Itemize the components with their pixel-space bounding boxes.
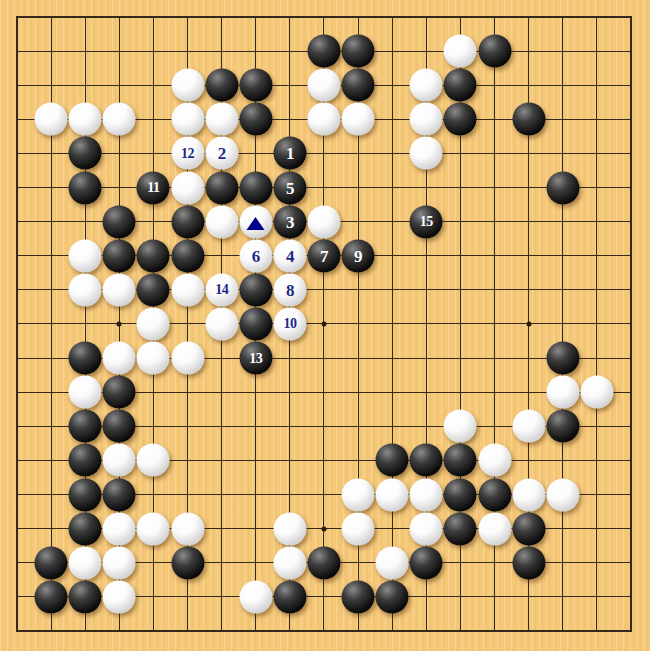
black-stone[interactable] xyxy=(103,478,136,511)
black-stone[interactable] xyxy=(342,580,375,613)
white-stone[interactable] xyxy=(137,444,170,477)
white-stone[interactable] xyxy=(239,205,272,238)
black-stone[interactable] xyxy=(512,546,545,579)
white-stone[interactable]: 6 xyxy=(239,239,272,272)
move-number-label: 2 xyxy=(218,145,226,162)
black-stone[interactable] xyxy=(171,205,204,238)
white-stone[interactable] xyxy=(273,546,306,579)
white-stone[interactable] xyxy=(171,273,204,306)
black-stone[interactable] xyxy=(444,478,477,511)
black-stone[interactable] xyxy=(69,137,102,170)
white-stone[interactable] xyxy=(410,478,443,511)
white-stone[interactable] xyxy=(478,444,511,477)
move-number-label: 7 xyxy=(320,247,328,264)
white-stone[interactable] xyxy=(137,512,170,545)
black-stone[interactable] xyxy=(171,239,204,272)
black-stone[interactable] xyxy=(69,478,102,511)
white-stone[interactable] xyxy=(410,103,443,136)
black-stone[interactable] xyxy=(307,546,340,579)
white-stone[interactable] xyxy=(239,580,272,613)
white-stone[interactable] xyxy=(444,35,477,68)
black-stone[interactable] xyxy=(444,444,477,477)
black-stone[interactable] xyxy=(410,546,443,579)
go-board[interactable]: 122111531564791481013 xyxy=(0,0,650,651)
black-stone[interactable] xyxy=(546,342,579,375)
white-stone[interactable] xyxy=(205,307,238,340)
white-stone[interactable] xyxy=(410,512,443,545)
black-stone[interactable] xyxy=(35,580,68,613)
white-stone[interactable] xyxy=(103,444,136,477)
move-number-label: 10 xyxy=(283,317,296,331)
move-number-label: 9 xyxy=(354,247,362,264)
white-stone[interactable] xyxy=(580,376,613,409)
black-stone[interactable] xyxy=(546,410,579,443)
move-number-label: 8 xyxy=(286,281,294,298)
black-stone[interactable] xyxy=(239,171,272,204)
black-stone[interactable] xyxy=(103,410,136,443)
black-stone[interactable]: 5 xyxy=(273,171,306,204)
white-stone[interactable] xyxy=(205,205,238,238)
white-stone[interactable]: 14 xyxy=(205,273,238,306)
move-number-label: 15 xyxy=(420,215,433,229)
black-stone[interactable] xyxy=(512,512,545,545)
white-stone[interactable] xyxy=(171,103,204,136)
black-stone[interactable]: 15 xyxy=(410,205,443,238)
star-point xyxy=(321,526,326,531)
black-stone[interactable] xyxy=(444,103,477,136)
white-stone[interactable] xyxy=(69,376,102,409)
black-stone[interactable] xyxy=(546,171,579,204)
black-stone[interactable] xyxy=(342,35,375,68)
star-point xyxy=(117,321,122,326)
black-stone[interactable] xyxy=(35,546,68,579)
black-stone[interactable] xyxy=(239,103,272,136)
black-stone[interactable] xyxy=(444,69,477,102)
white-stone[interactable] xyxy=(171,342,204,375)
black-stone[interactable] xyxy=(478,478,511,511)
black-stone[interactable]: 9 xyxy=(342,239,375,272)
move-number-label: 11 xyxy=(147,181,159,195)
white-stone[interactable] xyxy=(171,171,204,204)
move-number-label: 5 xyxy=(286,179,294,196)
white-stone[interactable] xyxy=(69,103,102,136)
triangle-mark-icon xyxy=(247,217,265,230)
white-stone[interactable] xyxy=(103,512,136,545)
black-stone[interactable] xyxy=(69,444,102,477)
white-stone[interactable]: 12 xyxy=(171,137,204,170)
black-stone[interactable] xyxy=(69,342,102,375)
white-stone[interactable] xyxy=(103,273,136,306)
black-stone[interactable] xyxy=(103,376,136,409)
white-stone[interactable] xyxy=(410,69,443,102)
star-point xyxy=(526,321,531,326)
black-stone[interactable] xyxy=(69,171,102,204)
black-stone[interactable] xyxy=(137,273,170,306)
black-stone[interactable] xyxy=(205,69,238,102)
black-stone[interactable]: 3 xyxy=(273,205,306,238)
white-stone[interactable] xyxy=(444,410,477,443)
move-number-label: 1 xyxy=(286,145,294,162)
black-stone[interactable] xyxy=(376,444,409,477)
black-stone[interactable] xyxy=(342,69,375,102)
black-stone[interactable] xyxy=(376,580,409,613)
black-stone[interactable] xyxy=(273,580,306,613)
white-stone[interactable]: 10 xyxy=(273,307,306,340)
black-stone[interactable] xyxy=(103,239,136,272)
white-stone[interactable] xyxy=(342,103,375,136)
white-stone[interactable]: 8 xyxy=(273,273,306,306)
black-stone[interactable] xyxy=(69,512,102,545)
black-stone[interactable] xyxy=(239,273,272,306)
black-stone[interactable]: 11 xyxy=(137,171,170,204)
white-stone[interactable] xyxy=(512,410,545,443)
black-stone[interactable] xyxy=(410,444,443,477)
black-stone[interactable] xyxy=(307,35,340,68)
white-stone[interactable] xyxy=(307,69,340,102)
black-stone[interactable] xyxy=(478,35,511,68)
white-stone[interactable] xyxy=(103,580,136,613)
black-stone[interactable] xyxy=(239,69,272,102)
black-stone[interactable] xyxy=(205,171,238,204)
white-stone[interactable] xyxy=(69,239,102,272)
white-stone[interactable] xyxy=(171,512,204,545)
white-stone[interactable] xyxy=(342,478,375,511)
black-stone[interactable] xyxy=(69,580,102,613)
white-stone[interactable] xyxy=(307,103,340,136)
white-stone[interactable] xyxy=(478,512,511,545)
move-number-label: 14 xyxy=(215,283,228,297)
black-stone[interactable]: 7 xyxy=(307,239,340,272)
white-stone[interactable] xyxy=(376,478,409,511)
black-stone[interactable] xyxy=(103,205,136,238)
move-number-label: 4 xyxy=(286,247,294,264)
white-stone[interactable] xyxy=(137,342,170,375)
white-stone[interactable] xyxy=(307,205,340,238)
move-number-label: 6 xyxy=(252,247,260,264)
star-point xyxy=(321,321,326,326)
black-stone[interactable] xyxy=(239,307,272,340)
white-stone[interactable] xyxy=(103,546,136,579)
black-stone[interactable]: 13 xyxy=(239,342,272,375)
white-stone[interactable] xyxy=(546,376,579,409)
white-stone[interactable] xyxy=(137,307,170,340)
white-stone[interactable] xyxy=(376,546,409,579)
white-stone[interactable] xyxy=(171,69,204,102)
white-stone[interactable]: 2 xyxy=(205,137,238,170)
white-stone[interactable] xyxy=(546,478,579,511)
black-stone[interactable] xyxy=(512,103,545,136)
white-stone[interactable] xyxy=(512,478,545,511)
white-stone[interactable] xyxy=(69,546,102,579)
black-stone[interactable] xyxy=(444,512,477,545)
white-stone[interactable] xyxy=(69,273,102,306)
black-stone[interactable]: 1 xyxy=(273,137,306,170)
move-number-label: 13 xyxy=(249,351,262,365)
white-stone[interactable] xyxy=(273,512,306,545)
white-stone[interactable] xyxy=(35,103,68,136)
white-stone[interactable] xyxy=(410,137,443,170)
white-stone[interactable]: 4 xyxy=(273,239,306,272)
white-stone[interactable] xyxy=(342,512,375,545)
move-number-label: 3 xyxy=(286,213,294,230)
white-stone[interactable] xyxy=(205,103,238,136)
black-stone[interactable] xyxy=(171,546,204,579)
black-stone[interactable] xyxy=(69,410,102,443)
move-number-label: 12 xyxy=(181,146,194,160)
black-stone[interactable] xyxy=(137,239,170,272)
white-stone[interactable] xyxy=(103,342,136,375)
white-stone[interactable] xyxy=(103,103,136,136)
